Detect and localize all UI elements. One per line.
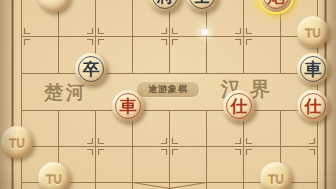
- piece-hidden-piece[interactable]: TU: [38, 162, 70, 189]
- piece-red-advisor[interactable]: 仕: [297, 90, 329, 122]
- piece-red-advisor[interactable]: 仕: [223, 90, 255, 122]
- tu-logo: TU: [9, 137, 25, 151]
- sparkle-effect: [200, 27, 210, 37]
- xiangqi-board[interactable]: 楚河 汉界 途游象棋 將士炮TU卒車車仕仕TUTUTU: [0, 0, 336, 189]
- piece-red-chariot[interactable]: 車: [112, 90, 144, 122]
- piece-black-chariot[interactable]: 車: [297, 53, 329, 85]
- tu-logo: TU: [305, 27, 321, 41]
- piece-black-soldier[interactable]: 卒: [75, 53, 107, 85]
- piece-hidden-piece[interactable]: TU: [1, 126, 33, 158]
- tu-logo: TU: [268, 173, 284, 187]
- tu-logo: TU: [46, 173, 62, 187]
- app-watermark-badge: 途游象棋: [136, 81, 200, 98]
- river-label-left: 楚河: [44, 80, 88, 106]
- piece-hidden-piece[interactable]: TU: [260, 162, 292, 189]
- piece-hidden-piece[interactable]: TU: [297, 16, 329, 48]
